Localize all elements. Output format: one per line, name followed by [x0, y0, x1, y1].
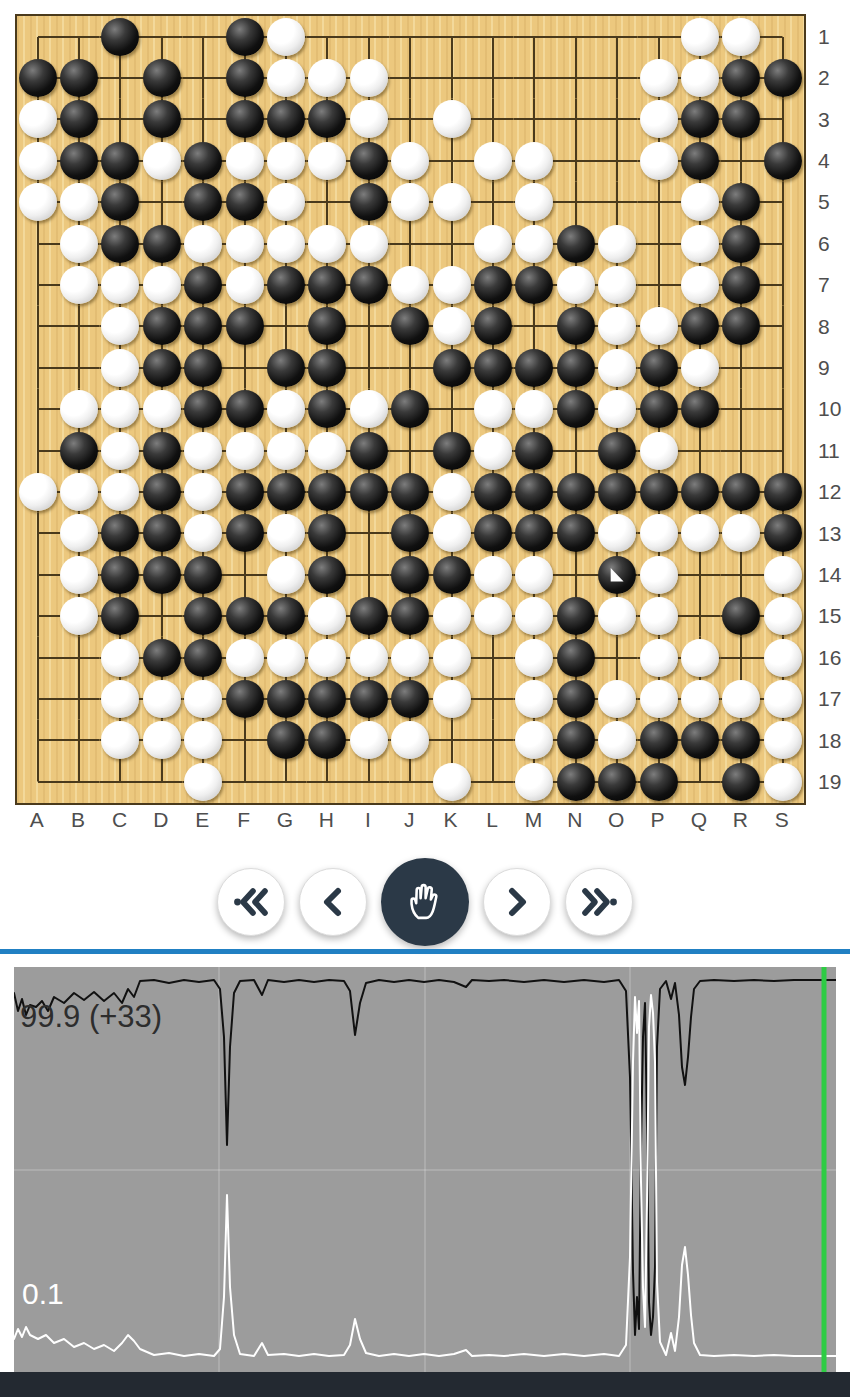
board-cell-L11[interactable]: ○ [472, 430, 513, 471]
board-cell-E9[interactable]: ● [183, 347, 224, 388]
board-cell-J1[interactable] [390, 16, 431, 57]
board-cell-E17[interactable]: ○ [183, 678, 224, 719]
board-cell-M16[interactable]: ○ [514, 637, 555, 678]
board-cell-G9[interactable]: ● [265, 347, 306, 388]
board-cell-N16[interactable]: ● [555, 637, 596, 678]
board-cell-S18[interactable]: ○ [762, 720, 803, 761]
board-cell-O5[interactable] [596, 182, 637, 223]
board-cell-A7[interactable] [17, 264, 58, 305]
board-cell-A5[interactable]: ○ [17, 182, 58, 223]
board-cell-N14[interactable] [555, 554, 596, 595]
board-cell-L3[interactable] [472, 99, 513, 140]
board-cell-P3[interactable]: ○ [638, 99, 679, 140]
board-cell-O16[interactable] [596, 637, 637, 678]
board-cell-S6[interactable] [762, 223, 803, 264]
board-cell-N4[interactable] [555, 140, 596, 181]
board-cell-H15[interactable]: ○ [307, 595, 348, 636]
board-cell-N3[interactable] [555, 99, 596, 140]
board-cell-P10[interactable]: ● [638, 389, 679, 430]
board-cell-G14[interactable]: ○ [265, 554, 306, 595]
board-cell-L14[interactable]: ○ [472, 554, 513, 595]
board-cell-L7[interactable]: ● [472, 264, 513, 305]
board-cell-C12[interactable]: ○ [100, 471, 141, 512]
board-cell-O11[interactable]: ● [596, 430, 637, 471]
board-cell-R6[interactable]: ● [721, 223, 762, 264]
board-cell-D17[interactable]: ○ [141, 678, 182, 719]
board-cell-M10[interactable]: ○ [514, 389, 555, 430]
board-cell-L1[interactable] [472, 16, 513, 57]
board-cell-G12[interactable]: ● [265, 471, 306, 512]
board-cell-H3[interactable]: ● [307, 99, 348, 140]
board-cell-B6[interactable]: ○ [58, 223, 99, 264]
board-cell-A3[interactable]: ○ [17, 99, 58, 140]
board-cell-Q2[interactable]: ○ [679, 57, 720, 98]
board-cell-Q6[interactable]: ○ [679, 223, 720, 264]
board-cell-R3[interactable]: ● [721, 99, 762, 140]
board-cell-P6[interactable] [638, 223, 679, 264]
board-cell-F8[interactable]: ● [224, 306, 265, 347]
board-cell-H6[interactable]: ○ [307, 223, 348, 264]
board-cell-J3[interactable] [390, 99, 431, 140]
board-cell-Q1[interactable]: ○ [679, 16, 720, 57]
board-cell-S5[interactable] [762, 182, 803, 223]
board-cell-O7[interactable]: ○ [596, 264, 637, 305]
board-cell-S8[interactable] [762, 306, 803, 347]
board-cell-D10[interactable]: ○ [141, 389, 182, 430]
board-cell-Q15[interactable] [679, 595, 720, 636]
board-cell-Q14[interactable] [679, 554, 720, 595]
play-hand-button[interactable] [381, 858, 469, 946]
board-cell-H10[interactable]: ● [307, 389, 348, 430]
board-cell-S13[interactable]: ● [762, 513, 803, 554]
board-cell-K12[interactable]: ○ [431, 471, 472, 512]
board-cell-I5[interactable]: ● [348, 182, 389, 223]
board-cell-J12[interactable]: ● [390, 471, 431, 512]
board-cell-I15[interactable]: ● [348, 595, 389, 636]
board-cell-P19[interactable]: ● [638, 761, 679, 802]
board-cell-B3[interactable]: ● [58, 99, 99, 140]
board-cell-K7[interactable]: ○ [431, 264, 472, 305]
board-cell-Q3[interactable]: ● [679, 99, 720, 140]
board-cell-A4[interactable]: ○ [17, 140, 58, 181]
board-cell-B5[interactable]: ○ [58, 182, 99, 223]
board-cell-J15[interactable]: ● [390, 595, 431, 636]
board-cell-P2[interactable]: ○ [638, 57, 679, 98]
board-cell-E15[interactable]: ● [183, 595, 224, 636]
board-cell-F16[interactable]: ○ [224, 637, 265, 678]
board-cell-F3[interactable]: ● [224, 99, 265, 140]
board-cell-O14[interactable]: ● [596, 554, 637, 595]
board-cell-E4[interactable]: ● [183, 140, 224, 181]
board-cell-I9[interactable] [348, 347, 389, 388]
board-cell-F4[interactable]: ○ [224, 140, 265, 181]
board-cell-E11[interactable]: ○ [183, 430, 224, 471]
board-cell-C2[interactable] [100, 57, 141, 98]
board-cell-R8[interactable]: ● [721, 306, 762, 347]
board-cell-N18[interactable]: ● [555, 720, 596, 761]
board-cell-I1[interactable] [348, 16, 389, 57]
board-cell-K16[interactable]: ○ [431, 637, 472, 678]
board-cell-G5[interactable]: ○ [265, 182, 306, 223]
board-cell-Q8[interactable]: ● [679, 306, 720, 347]
board-cell-C13[interactable]: ● [100, 513, 141, 554]
board-cell-B14[interactable]: ○ [58, 554, 99, 595]
board-cell-K17[interactable]: ○ [431, 678, 472, 719]
board-cell-B8[interactable] [58, 306, 99, 347]
board-cell-E19[interactable]: ○ [183, 761, 224, 802]
board-cell-K19[interactable]: ○ [431, 761, 472, 802]
board-cell-F2[interactable]: ● [224, 57, 265, 98]
board-cell-J6[interactable] [390, 223, 431, 264]
board-cell-R1[interactable]: ○ [721, 16, 762, 57]
board-cell-G13[interactable]: ○ [265, 513, 306, 554]
board-cell-R15[interactable]: ● [721, 595, 762, 636]
board-cell-D2[interactable]: ● [141, 57, 182, 98]
board-cell-L2[interactable] [472, 57, 513, 98]
board-cell-A1[interactable] [17, 16, 58, 57]
board-cell-O17[interactable]: ○ [596, 678, 637, 719]
board-cell-B16[interactable] [58, 637, 99, 678]
board-cell-G3[interactable]: ● [265, 99, 306, 140]
board-cell-I14[interactable] [348, 554, 389, 595]
board-cell-N1[interactable] [555, 16, 596, 57]
board-cell-J7[interactable]: ○ [390, 264, 431, 305]
board-cell-P18[interactable]: ● [638, 720, 679, 761]
jump-to-last-button[interactable] [565, 868, 633, 936]
board-cell-D13[interactable]: ● [141, 513, 182, 554]
board-cell-A9[interactable] [17, 347, 58, 388]
board-cell-K9[interactable]: ● [431, 347, 472, 388]
board-cell-L13[interactable]: ● [472, 513, 513, 554]
board-cell-G16[interactable]: ○ [265, 637, 306, 678]
board-cell-H5[interactable] [307, 182, 348, 223]
board-cell-R7[interactable]: ● [721, 264, 762, 305]
board-cell-S3[interactable] [762, 99, 803, 140]
board-cell-H1[interactable] [307, 16, 348, 57]
board-cell-K3[interactable]: ○ [431, 99, 472, 140]
board-cell-J13[interactable]: ● [390, 513, 431, 554]
board-cell-C7[interactable]: ○ [100, 264, 141, 305]
board-cell-D6[interactable]: ● [141, 223, 182, 264]
board-cell-A12[interactable]: ○ [17, 471, 58, 512]
board-cell-K13[interactable]: ○ [431, 513, 472, 554]
board-cell-I10[interactable]: ○ [348, 389, 389, 430]
board-cell-M19[interactable]: ○ [514, 761, 555, 802]
board-cell-E5[interactable]: ● [183, 182, 224, 223]
board-cell-J18[interactable]: ○ [390, 720, 431, 761]
board-cell-D18[interactable]: ○ [141, 720, 182, 761]
board-cell-J4[interactable]: ○ [390, 140, 431, 181]
board-cell-C10[interactable]: ○ [100, 389, 141, 430]
board-cell-J11[interactable] [390, 430, 431, 471]
board-cell-M4[interactable]: ○ [514, 140, 555, 181]
board-cell-H13[interactable]: ● [307, 513, 348, 554]
board-cell-F12[interactable]: ● [224, 471, 265, 512]
board-cell-G17[interactable]: ● [265, 678, 306, 719]
board-cell-R4[interactable] [721, 140, 762, 181]
board-cell-F19[interactable] [224, 761, 265, 802]
board-cell-C3[interactable] [100, 99, 141, 140]
board-cell-E13[interactable]: ○ [183, 513, 224, 554]
board-cell-I6[interactable]: ○ [348, 223, 389, 264]
board-cell-C6[interactable]: ● [100, 223, 141, 264]
board-cell-O4[interactable] [596, 140, 637, 181]
board-cell-B17[interactable] [58, 678, 99, 719]
board-cell-P13[interactable]: ○ [638, 513, 679, 554]
next-move-button[interactable] [483, 868, 551, 936]
board-cell-R12[interactable]: ● [721, 471, 762, 512]
board-cell-P15[interactable]: ○ [638, 595, 679, 636]
board-cell-L12[interactable]: ● [472, 471, 513, 512]
board-cell-B11[interactable]: ● [58, 430, 99, 471]
board-cell-S4[interactable]: ● [762, 140, 803, 181]
board-cell-N5[interactable] [555, 182, 596, 223]
board-cell-C4[interactable]: ● [100, 140, 141, 181]
board-cell-A13[interactable] [17, 513, 58, 554]
board-cell-M17[interactable]: ○ [514, 678, 555, 719]
board-cell-J2[interactable] [390, 57, 431, 98]
board-cell-J10[interactable]: ● [390, 389, 431, 430]
board-cell-A2[interactable]: ● [17, 57, 58, 98]
board-cell-G15[interactable]: ● [265, 595, 306, 636]
board-cell-N2[interactable] [555, 57, 596, 98]
board-cell-F18[interactable] [224, 720, 265, 761]
board-cell-Q16[interactable]: ○ [679, 637, 720, 678]
board-cell-D15[interactable] [141, 595, 182, 636]
board-cell-E8[interactable]: ● [183, 306, 224, 347]
board-cell-Q19[interactable] [679, 761, 720, 802]
board-cell-N19[interactable]: ● [555, 761, 596, 802]
board-cell-E2[interactable] [183, 57, 224, 98]
board-cell-H16[interactable]: ○ [307, 637, 348, 678]
board-cell-C19[interactable] [100, 761, 141, 802]
board-cell-F11[interactable]: ○ [224, 430, 265, 471]
board-cell-N6[interactable]: ● [555, 223, 596, 264]
board-cell-E18[interactable]: ○ [183, 720, 224, 761]
board-cell-Q17[interactable]: ○ [679, 678, 720, 719]
board-cell-N7[interactable]: ○ [555, 264, 596, 305]
board-cell-M18[interactable]: ○ [514, 720, 555, 761]
board-cell-C17[interactable]: ○ [100, 678, 141, 719]
board-cell-P11[interactable]: ○ [638, 430, 679, 471]
board-cell-N10[interactable]: ● [555, 389, 596, 430]
board-cell-H2[interactable]: ○ [307, 57, 348, 98]
board-cell-O1[interactable] [596, 16, 637, 57]
board-cell-I8[interactable] [348, 306, 389, 347]
board-cell-J5[interactable]: ○ [390, 182, 431, 223]
board-cell-O15[interactable]: ○ [596, 595, 637, 636]
board-cell-R18[interactable]: ● [721, 720, 762, 761]
board-cell-A15[interactable] [17, 595, 58, 636]
board-cell-J9[interactable] [390, 347, 431, 388]
board-cell-S15[interactable]: ○ [762, 595, 803, 636]
board-cell-G18[interactable]: ● [265, 720, 306, 761]
board-cell-M11[interactable]: ● [514, 430, 555, 471]
board-cell-L4[interactable]: ○ [472, 140, 513, 181]
board-cell-A18[interactable] [17, 720, 58, 761]
board-cell-I11[interactable]: ● [348, 430, 389, 471]
board-cell-C11[interactable]: ○ [100, 430, 141, 471]
board-cell-G2[interactable]: ○ [265, 57, 306, 98]
board-cell-O12[interactable]: ● [596, 471, 637, 512]
board-cell-S9[interactable] [762, 347, 803, 388]
board-cell-R2[interactable]: ● [721, 57, 762, 98]
board-cell-P14[interactable]: ○ [638, 554, 679, 595]
board-cell-I2[interactable]: ○ [348, 57, 389, 98]
board-cell-C1[interactable]: ● [100, 16, 141, 57]
board-cell-B19[interactable] [58, 761, 99, 802]
board-cell-P4[interactable]: ○ [638, 140, 679, 181]
board-cell-M15[interactable]: ○ [514, 595, 555, 636]
board-cell-J16[interactable]: ○ [390, 637, 431, 678]
board-cell-P17[interactable]: ○ [638, 678, 679, 719]
board-cell-K5[interactable]: ○ [431, 182, 472, 223]
board-cell-I13[interactable] [348, 513, 389, 554]
board-cell-O6[interactable]: ○ [596, 223, 637, 264]
board-cell-D7[interactable]: ○ [141, 264, 182, 305]
board-cell-S16[interactable]: ○ [762, 637, 803, 678]
board-cell-M6[interactable]: ○ [514, 223, 555, 264]
board-cell-D11[interactable]: ● [141, 430, 182, 471]
board-cell-F1[interactable]: ● [224, 16, 265, 57]
board-cell-H4[interactable]: ○ [307, 140, 348, 181]
board-cell-S1[interactable] [762, 16, 803, 57]
board-cell-A10[interactable] [17, 389, 58, 430]
board-cell-L19[interactable] [472, 761, 513, 802]
board-cell-D8[interactable]: ● [141, 306, 182, 347]
board-cell-J17[interactable]: ● [390, 678, 431, 719]
board-cell-L16[interactable] [472, 637, 513, 678]
board-cell-D9[interactable]: ● [141, 347, 182, 388]
board-cell-S19[interactable]: ○ [762, 761, 803, 802]
winrate-graph[interactable]: 99.9 (+33) 0.1 [14, 967, 836, 1373]
board-cell-G7[interactable]: ● [265, 264, 306, 305]
board-cell-G6[interactable]: ○ [265, 223, 306, 264]
board-cell-O13[interactable]: ○ [596, 513, 637, 554]
board-cell-B4[interactable]: ● [58, 140, 99, 181]
board-cell-A16[interactable] [17, 637, 58, 678]
board-cell-Q13[interactable]: ○ [679, 513, 720, 554]
board-cell-B10[interactable]: ○ [58, 389, 99, 430]
board-cell-A6[interactable] [17, 223, 58, 264]
board-cell-B18[interactable] [58, 720, 99, 761]
board-cell-H17[interactable]: ● [307, 678, 348, 719]
board-cell-O2[interactable] [596, 57, 637, 98]
board-cell-R17[interactable]: ○ [721, 678, 762, 719]
board-cell-B15[interactable]: ○ [58, 595, 99, 636]
board-cell-G10[interactable]: ○ [265, 389, 306, 430]
board-cell-P16[interactable]: ○ [638, 637, 679, 678]
board-cell-L5[interactable] [472, 182, 513, 223]
board-cell-M2[interactable] [514, 57, 555, 98]
board-cell-M14[interactable]: ○ [514, 554, 555, 595]
board-cell-B7[interactable]: ○ [58, 264, 99, 305]
board-cell-G4[interactable]: ○ [265, 140, 306, 181]
board-cell-C5[interactable]: ● [100, 182, 141, 223]
board-cell-R16[interactable] [721, 637, 762, 678]
board-cell-M8[interactable] [514, 306, 555, 347]
board-cell-C18[interactable]: ○ [100, 720, 141, 761]
board-cell-S2[interactable]: ● [762, 57, 803, 98]
board-cell-M13[interactable]: ● [514, 513, 555, 554]
board-cell-L18[interactable] [472, 720, 513, 761]
board-cell-L9[interactable]: ● [472, 347, 513, 388]
board-cell-B13[interactable]: ○ [58, 513, 99, 554]
board-cell-D3[interactable]: ● [141, 99, 182, 140]
board-cell-E16[interactable]: ● [183, 637, 224, 678]
board-cell-P9[interactable]: ● [638, 347, 679, 388]
board-cell-G19[interactable] [265, 761, 306, 802]
board-cell-O19[interactable]: ● [596, 761, 637, 802]
board-cell-K2[interactable] [431, 57, 472, 98]
board-cell-K14[interactable]: ● [431, 554, 472, 595]
board-cell-H9[interactable]: ● [307, 347, 348, 388]
board-cell-K10[interactable] [431, 389, 472, 430]
board-cell-J19[interactable] [390, 761, 431, 802]
board-cell-F10[interactable]: ● [224, 389, 265, 430]
board-cell-F15[interactable]: ● [224, 595, 265, 636]
board-cell-R13[interactable]: ○ [721, 513, 762, 554]
board-cell-S11[interactable] [762, 430, 803, 471]
board-cell-H11[interactable]: ○ [307, 430, 348, 471]
board-cell-Q9[interactable]: ○ [679, 347, 720, 388]
board-cell-Q10[interactable]: ● [679, 389, 720, 430]
board-cell-L6[interactable]: ○ [472, 223, 513, 264]
board-cell-M5[interactable]: ○ [514, 182, 555, 223]
previous-move-button[interactable] [299, 868, 367, 936]
board-cell-P1[interactable] [638, 16, 679, 57]
board-cell-H8[interactable]: ● [307, 306, 348, 347]
board-cell-R11[interactable] [721, 430, 762, 471]
board-cell-G1[interactable]: ○ [265, 16, 306, 57]
board-cell-C8[interactable]: ○ [100, 306, 141, 347]
board-cell-O18[interactable]: ○ [596, 720, 637, 761]
board-cell-N8[interactable]: ● [555, 306, 596, 347]
board-cell-H19[interactable] [307, 761, 348, 802]
board-cell-D1[interactable] [141, 16, 182, 57]
board-cell-N13[interactable]: ● [555, 513, 596, 554]
board-cell-D19[interactable] [141, 761, 182, 802]
board-cell-E7[interactable]: ● [183, 264, 224, 305]
board-cell-K4[interactable] [431, 140, 472, 181]
board-cell-N9[interactable]: ● [555, 347, 596, 388]
board-cell-D16[interactable]: ● [141, 637, 182, 678]
board-cell-O9[interactable]: ○ [596, 347, 637, 388]
board-cell-R5[interactable]: ● [721, 182, 762, 223]
board-cell-S12[interactable]: ● [762, 471, 803, 512]
board-cell-L8[interactable]: ● [472, 306, 513, 347]
board-cell-M1[interactable] [514, 16, 555, 57]
board-cell-G8[interactable] [265, 306, 306, 347]
board-cell-N15[interactable]: ● [555, 595, 596, 636]
board-cell-C15[interactable]: ● [100, 595, 141, 636]
board-cell-E10[interactable]: ● [183, 389, 224, 430]
board-cell-H7[interactable]: ● [307, 264, 348, 305]
board-cell-Q7[interactable]: ○ [679, 264, 720, 305]
board-cell-D14[interactable]: ● [141, 554, 182, 595]
board-cell-L17[interactable] [472, 678, 513, 719]
board-cell-E12[interactable]: ○ [183, 471, 224, 512]
board-cell-H18[interactable]: ● [307, 720, 348, 761]
board-cell-F13[interactable]: ● [224, 513, 265, 554]
board-cell-R10[interactable] [721, 389, 762, 430]
board-cell-D12[interactable]: ● [141, 471, 182, 512]
board-cell-K6[interactable] [431, 223, 472, 264]
board-cell-A19[interactable] [17, 761, 58, 802]
board-cell-I19[interactable] [348, 761, 389, 802]
board-cell-I7[interactable]: ● [348, 264, 389, 305]
board-cell-Q5[interactable]: ○ [679, 182, 720, 223]
